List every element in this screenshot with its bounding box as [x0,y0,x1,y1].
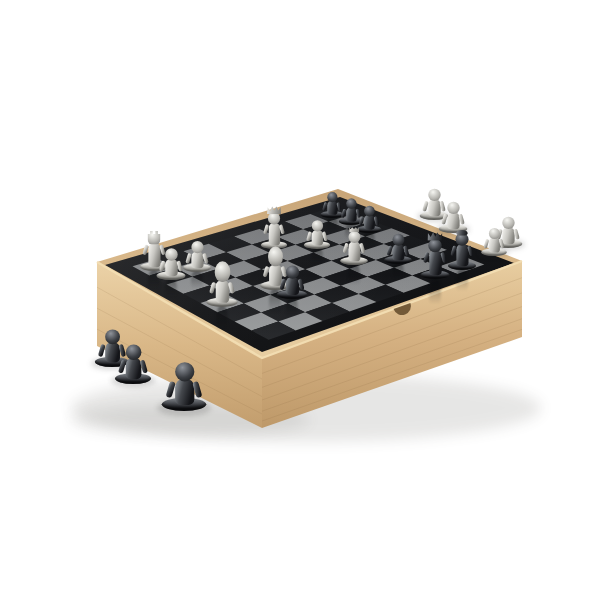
product-photo [0,0,600,600]
chess-box-and-board [0,0,600,600]
